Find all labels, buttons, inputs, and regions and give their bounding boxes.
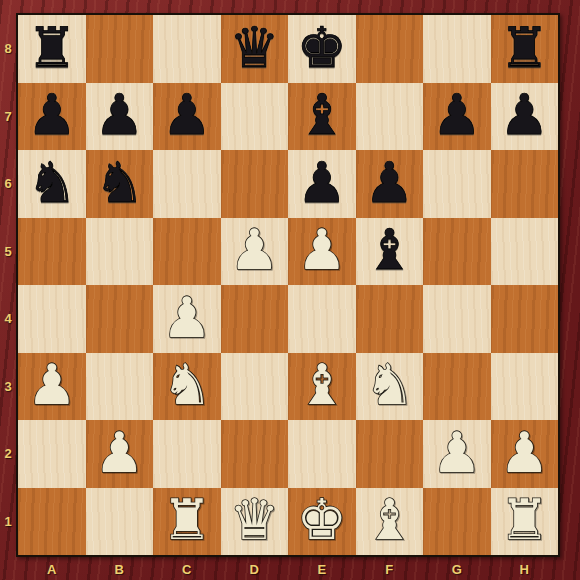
piece-white-bishop: ♝	[297, 357, 347, 413]
piece-black-pawn: ♟	[162, 87, 212, 143]
square-e5[interactable]: ♟	[288, 218, 356, 286]
piece-white-pawn: ♟	[162, 290, 212, 346]
square-g8[interactable]	[423, 15, 491, 83]
piece-white-bishop: ♝	[364, 492, 414, 548]
piece-black-pawn: ♟	[297, 155, 347, 211]
square-e8[interactable]: ♚	[288, 15, 356, 83]
square-e3[interactable]: ♝	[288, 353, 356, 421]
square-b4[interactable]	[86, 285, 154, 353]
piece-black-knight: ♞	[94, 155, 144, 211]
square-h1[interactable]: ♜	[491, 488, 559, 556]
square-h3[interactable]	[491, 353, 559, 421]
square-e4[interactable]	[288, 285, 356, 353]
piece-white-pawn: ♟	[432, 425, 482, 481]
file-label-c: C	[153, 558, 221, 580]
rank-label-1: 1	[0, 488, 16, 556]
square-d3[interactable]	[221, 353, 289, 421]
piece-black-bishop: ♝	[297, 87, 347, 143]
piece-black-rook: ♜	[27, 20, 77, 76]
square-f3[interactable]: ♞	[356, 353, 424, 421]
square-b5[interactable]	[86, 218, 154, 286]
square-g6[interactable]	[423, 150, 491, 218]
rank-label-6: 6	[0, 150, 16, 218]
rank-label-2: 2	[0, 420, 16, 488]
square-d2[interactable]	[221, 420, 289, 488]
file-label-e: E	[288, 558, 356, 580]
piece-black-pawn: ♟	[432, 87, 482, 143]
piece-white-queen: ♛	[229, 492, 279, 548]
square-c2[interactable]	[153, 420, 221, 488]
file-label-a: A	[18, 558, 86, 580]
square-e6[interactable]: ♟	[288, 150, 356, 218]
piece-white-pawn: ♟	[297, 222, 347, 278]
piece-black-pawn: ♟	[499, 87, 549, 143]
square-c6[interactable]	[153, 150, 221, 218]
square-c8[interactable]	[153, 15, 221, 83]
square-a5[interactable]	[18, 218, 86, 286]
square-b7[interactable]: ♟	[86, 83, 154, 151]
square-e2[interactable]	[288, 420, 356, 488]
file-labels: ABCDEFGH	[18, 558, 558, 580]
square-a3[interactable]: ♟	[18, 353, 86, 421]
piece-white-pawn: ♟	[499, 425, 549, 481]
piece-white-rook: ♜	[162, 492, 212, 548]
square-h7[interactable]: ♟	[491, 83, 559, 151]
rank-label-3: 3	[0, 353, 16, 421]
square-f7[interactable]	[356, 83, 424, 151]
piece-black-queen: ♛	[229, 20, 279, 76]
square-f8[interactable]	[356, 15, 424, 83]
square-g4[interactable]	[423, 285, 491, 353]
square-a7[interactable]: ♟	[18, 83, 86, 151]
file-label-h: H	[491, 558, 559, 580]
board: ♜♛♚♜♟♟♟♝♟♟♞♞♟♟♟♟♝♟♟♞♝♞♟♟♟♜♛♚♝♜	[16, 13, 560, 557]
piece-black-bishop: ♝	[364, 222, 414, 278]
square-h5[interactable]	[491, 218, 559, 286]
piece-white-knight: ♞	[162, 357, 212, 413]
piece-white-pawn: ♟	[229, 222, 279, 278]
square-c5[interactable]	[153, 218, 221, 286]
square-h8[interactable]: ♜	[491, 15, 559, 83]
piece-black-king: ♚	[297, 20, 347, 76]
file-label-f: F	[356, 558, 424, 580]
square-b2[interactable]: ♟	[86, 420, 154, 488]
piece-white-rook: ♜	[499, 492, 549, 548]
square-b1[interactable]	[86, 488, 154, 556]
square-f2[interactable]	[356, 420, 424, 488]
square-c4[interactable]: ♟	[153, 285, 221, 353]
rank-label-8: 8	[0, 15, 16, 83]
square-f1[interactable]: ♝	[356, 488, 424, 556]
file-label-g: G	[423, 558, 491, 580]
square-h2[interactable]: ♟	[491, 420, 559, 488]
square-g3[interactable]	[423, 353, 491, 421]
square-a6[interactable]: ♞	[18, 150, 86, 218]
piece-white-knight: ♞	[364, 357, 414, 413]
piece-black-knight: ♞	[27, 155, 77, 211]
rank-label-7: 7	[0, 83, 16, 151]
rank-label-4: 4	[0, 285, 16, 353]
square-c1[interactable]: ♜	[153, 488, 221, 556]
square-b3[interactable]	[86, 353, 154, 421]
piece-black-rook: ♜	[499, 20, 549, 76]
square-d7[interactable]	[221, 83, 289, 151]
rank-labels: 87654321	[0, 15, 16, 555]
board-frame: 87654321 ♜♛♚♜♟♟♟♝♟♟♞♞♟♟♟♟♝♟♟♞♝♞♟♟♟♜♛♚♝♜ …	[0, 0, 580, 580]
square-d1[interactable]: ♛	[221, 488, 289, 556]
piece-white-king: ♚	[297, 492, 347, 548]
square-b6[interactable]: ♞	[86, 150, 154, 218]
piece-white-pawn: ♟	[27, 357, 77, 413]
square-d5[interactable]: ♟	[221, 218, 289, 286]
square-b8[interactable]	[86, 15, 154, 83]
square-f6[interactable]: ♟	[356, 150, 424, 218]
rank-label-5: 5	[0, 218, 16, 286]
square-f4[interactable]	[356, 285, 424, 353]
square-a8[interactable]: ♜	[18, 15, 86, 83]
square-h6[interactable]	[491, 150, 559, 218]
square-a2[interactable]	[18, 420, 86, 488]
square-a4[interactable]	[18, 285, 86, 353]
square-d6[interactable]	[221, 150, 289, 218]
square-e1[interactable]: ♚	[288, 488, 356, 556]
square-g1[interactable]	[423, 488, 491, 556]
square-d4[interactable]	[221, 285, 289, 353]
square-d8[interactable]: ♛	[221, 15, 289, 83]
piece-white-pawn: ♟	[94, 425, 144, 481]
piece-black-pawn: ♟	[364, 155, 414, 211]
square-c7[interactable]: ♟	[153, 83, 221, 151]
square-f5[interactable]: ♝	[356, 218, 424, 286]
square-g2[interactable]: ♟	[423, 420, 491, 488]
square-h4[interactable]	[491, 285, 559, 353]
file-label-b: B	[86, 558, 154, 580]
square-a1[interactable]	[18, 488, 86, 556]
piece-black-pawn: ♟	[27, 87, 77, 143]
square-c3[interactable]: ♞	[153, 353, 221, 421]
square-g5[interactable]	[423, 218, 491, 286]
square-g7[interactable]: ♟	[423, 83, 491, 151]
square-e7[interactable]: ♝	[288, 83, 356, 151]
file-label-d: D	[221, 558, 289, 580]
piece-black-pawn: ♟	[94, 87, 144, 143]
